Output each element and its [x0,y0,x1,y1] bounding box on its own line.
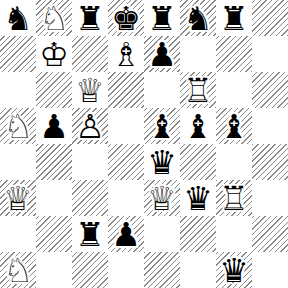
square-b7[interactable]: ♚♔ [36,36,72,72]
white-knight-piece: ♞♘ [0,252,36,288]
square-c7[interactable] [72,36,108,72]
square-d3[interactable] [108,180,144,216]
white-rook-piece: ♜♖ [216,180,252,216]
black-rook-icon: ♜ [216,0,252,36]
black-rook-icon: ♜ [144,0,180,36]
square-c2[interactable]: ♜ [72,216,108,252]
black-king-piece: ♚ [108,0,144,36]
black-pawn-icon: ♟ [108,216,144,252]
square-a8[interactable]: ♞ [0,0,36,36]
square-e6[interactable] [144,72,180,108]
square-b5[interactable]: ♟ [36,108,72,144]
white-knight-piece: ♞♘ [0,108,36,144]
square-f6[interactable]: ♜♖ [180,72,216,108]
square-a5[interactable]: ♞♘ [0,108,36,144]
white-bishop-icon: ♗ [108,36,144,72]
white-king-piece: ♚♔ [36,36,72,72]
square-c8[interactable]: ♜ [72,0,108,36]
square-h7[interactable] [252,36,288,72]
square-f2[interactable] [180,216,216,252]
square-a1[interactable]: ♞♘ [0,252,36,288]
black-knight-piece: ♞ [180,0,216,36]
white-knight-icon: ♘ [36,0,72,36]
black-queen-icon: ♛ [180,180,216,216]
square-e7[interactable]: ♟ [144,36,180,72]
white-rook-icon: ♖ [180,72,216,108]
square-g7[interactable] [216,36,252,72]
square-h5[interactable] [252,108,288,144]
square-d6[interactable] [108,72,144,108]
black-queen-piece: ♛ [180,180,216,216]
square-a3[interactable]: ♛♕ [0,180,36,216]
black-bishop-icon: ♝ [216,108,252,144]
black-queen-piece: ♛ [216,252,252,288]
black-pawn-piece: ♟ [144,36,180,72]
square-h2[interactable] [252,216,288,252]
square-g3[interactable]: ♜♖ [216,180,252,216]
square-h6[interactable] [252,72,288,108]
square-d2[interactable]: ♟ [108,216,144,252]
square-d5[interactable] [108,108,144,144]
square-h4[interactable] [252,144,288,180]
square-c6[interactable]: ♛♕ [72,72,108,108]
square-a2[interactable] [0,216,36,252]
square-f7[interactable] [180,36,216,72]
square-f1[interactable] [180,252,216,288]
square-a4[interactable] [0,144,36,180]
square-g1[interactable]: ♛ [216,252,252,288]
white-knight-piece: ♞♘ [36,0,72,36]
square-g8[interactable]: ♜ [216,0,252,36]
square-e5[interactable]: ♝ [144,108,180,144]
square-e1[interactable] [144,252,180,288]
square-e3[interactable]: ♛♕ [144,180,180,216]
white-pawn-icon: ♙ [72,108,108,144]
square-b8[interactable]: ♞♘ [36,0,72,36]
square-c1[interactable] [72,252,108,288]
black-knight-icon: ♞ [180,0,216,36]
square-g5[interactable]: ♝ [216,108,252,144]
white-queen-icon: ♕ [144,180,180,216]
white-rook-icon: ♖ [216,180,252,216]
white-queen-piece: ♛♕ [144,180,180,216]
square-f3[interactable]: ♛ [180,180,216,216]
chess-board: ♞♞♘♜♚♜♞♜♚♔♝♗♟♛♕♜♖♞♘♟♟♙♝♝♝♛♛♕♛♕♛♜♖♜♟♞♘♛ [0,0,288,288]
white-queen-icon: ♕ [0,180,36,216]
square-d1[interactable] [108,252,144,288]
square-a6[interactable] [0,72,36,108]
black-rook-icon: ♜ [72,216,108,252]
square-b1[interactable] [36,252,72,288]
square-h3[interactable] [252,180,288,216]
black-rook-piece: ♜ [144,0,180,36]
square-d7[interactable]: ♝♗ [108,36,144,72]
black-rook-piece: ♜ [72,0,108,36]
black-pawn-piece: ♟ [36,108,72,144]
square-c3[interactable] [72,180,108,216]
black-knight-piece: ♞ [0,0,36,36]
black-rook-icon: ♜ [72,0,108,36]
square-d8[interactable]: ♚ [108,0,144,36]
square-e4[interactable]: ♛ [144,144,180,180]
square-e8[interactable]: ♜ [144,0,180,36]
black-bishop-piece: ♝ [216,108,252,144]
black-rook-piece: ♜ [216,0,252,36]
black-pawn-icon: ♟ [144,36,180,72]
black-bishop-piece: ♝ [180,108,216,144]
white-pawn-piece: ♟♙ [72,108,108,144]
white-queen-piece: ♛♕ [72,72,108,108]
black-bishop-icon: ♝ [144,108,180,144]
white-rook-piece: ♜♖ [180,72,216,108]
white-queen-piece: ♛♕ [0,180,36,216]
square-g2[interactable] [216,216,252,252]
square-b6[interactable] [36,72,72,108]
square-e2[interactable] [144,216,180,252]
black-knight-icon: ♞ [0,0,36,36]
white-knight-icon: ♘ [0,252,36,288]
square-f5[interactable]: ♝ [180,108,216,144]
white-bishop-piece: ♝♗ [108,36,144,72]
square-b3[interactable] [36,180,72,216]
square-h1[interactable] [252,252,288,288]
black-bishop-icon: ♝ [180,108,216,144]
black-queen-icon: ♛ [216,252,252,288]
white-knight-icon: ♘ [0,108,36,144]
black-queen-icon: ♛ [144,144,180,180]
square-c4[interactable] [72,144,108,180]
white-king-icon: ♔ [36,36,72,72]
black-king-icon: ♚ [108,0,144,36]
square-b2[interactable] [36,216,72,252]
square-f8[interactable]: ♞ [180,0,216,36]
square-h8[interactable] [252,0,288,36]
square-c5[interactable]: ♟♙ [72,108,108,144]
black-pawn-icon: ♟ [36,108,72,144]
square-d4[interactable] [108,144,144,180]
white-queen-icon: ♕ [72,72,108,108]
square-g6[interactable] [216,72,252,108]
square-a7[interactable] [0,36,36,72]
black-queen-piece: ♛ [144,144,180,180]
black-rook-piece: ♜ [72,216,108,252]
square-f4[interactable] [180,144,216,180]
black-pawn-piece: ♟ [108,216,144,252]
square-g4[interactable] [216,144,252,180]
square-b4[interactable] [36,144,72,180]
black-bishop-piece: ♝ [144,108,180,144]
